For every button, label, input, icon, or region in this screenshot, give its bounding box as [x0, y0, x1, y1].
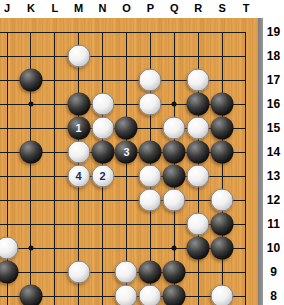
- column-label-K: K: [21, 2, 41, 14]
- stone-black-P14: [139, 141, 162, 164]
- intersection-R18[interactable]: [186, 44, 210, 68]
- intersection-Q11[interactable]: [162, 212, 186, 236]
- intersection-P17[interactable]: [138, 68, 162, 92]
- intersection-J14[interactable]: [0, 140, 19, 164]
- intersection-O11[interactable]: [115, 212, 139, 236]
- intersection-S14[interactable]: [210, 140, 234, 164]
- intersection-T11[interactable]: [234, 212, 258, 236]
- intersection-S16[interactable]: [210, 92, 234, 116]
- move-number-label: 2: [100, 171, 106, 182]
- stone-black-M16: [67, 93, 90, 116]
- stone-white-P13: [139, 165, 162, 188]
- intersection-L13[interactable]: [43, 164, 67, 188]
- stone-white-M14: [67, 141, 90, 164]
- intersection-M11[interactable]: [67, 212, 91, 236]
- stone-white-S12: [211, 189, 234, 212]
- intersection-S8[interactable]: [210, 284, 234, 305]
- intersection-O10[interactable]: [115, 236, 139, 260]
- intersection-K14[interactable]: [19, 140, 43, 164]
- intersection-O18[interactable]: [115, 44, 139, 68]
- intersection-N18[interactable]: [91, 44, 115, 68]
- intersection-M18[interactable]: [67, 44, 91, 68]
- intersection-T10[interactable]: [234, 236, 258, 260]
- star-point-K16: [28, 102, 33, 107]
- row-label-13: 13: [263, 168, 284, 184]
- intersection-O14[interactable]: 3: [115, 140, 139, 164]
- stone-black-Q8: [163, 285, 186, 305]
- intersection-K16[interactable]: [19, 92, 43, 116]
- intersection-T18[interactable]: [234, 44, 258, 68]
- stone-white-R17: [187, 69, 210, 92]
- stone-black-M15: 1: [67, 117, 90, 140]
- intersection-R12[interactable]: [186, 188, 210, 212]
- column-label-Q: Q: [164, 2, 184, 14]
- intersection-Q9[interactable]: [162, 260, 186, 284]
- stone-white-J10: [0, 237, 19, 260]
- intersection-T15[interactable]: [234, 116, 258, 140]
- intersection-J10[interactable]: [0, 236, 19, 260]
- row-label-10: 10: [263, 240, 284, 256]
- intersection-Q15[interactable]: [162, 116, 186, 140]
- intersection-R13[interactable]: [186, 164, 210, 188]
- stone-white-O8: [115, 285, 138, 305]
- move-number-label: 4: [76, 171, 82, 182]
- intersection-L19[interactable]: [43, 20, 67, 44]
- intersection-R15[interactable]: [186, 116, 210, 140]
- intersection-N13[interactable]: 2: [91, 164, 115, 188]
- stone-white-M9: [67, 261, 90, 284]
- stone-black-S15: [211, 117, 234, 140]
- intersection-P14[interactable]: [138, 140, 162, 164]
- intersection-L8[interactable]: [43, 284, 67, 305]
- intersection-M13[interactable]: 4: [67, 164, 91, 188]
- intersection-M19[interactable]: [67, 20, 91, 44]
- intersection-M12[interactable]: [67, 188, 91, 212]
- intersection-Q16[interactable]: [162, 92, 186, 116]
- intersection-S18[interactable]: [210, 44, 234, 68]
- intersection-J16[interactable]: [0, 92, 19, 116]
- stone-black-S14: [211, 141, 234, 164]
- stone-black-Q9: [163, 261, 186, 284]
- intersection-R10[interactable]: [186, 236, 210, 260]
- intersection-S12[interactable]: [210, 188, 234, 212]
- intersection-Q12[interactable]: [162, 188, 186, 212]
- intersection-M8[interactable]: [67, 284, 91, 305]
- intersection-O12[interactable]: [115, 188, 139, 212]
- intersection-K12[interactable]: [19, 188, 43, 212]
- intersection-R11[interactable]: [186, 212, 210, 236]
- intersection-P15[interactable]: [138, 116, 162, 140]
- intersection-K8[interactable]: [19, 284, 43, 305]
- intersection-O9[interactable]: [115, 260, 139, 284]
- stone-black-Q13: [163, 165, 186, 188]
- row-label-17: 17: [263, 72, 284, 88]
- intersection-J13[interactable]: [0, 164, 19, 188]
- intersection-S13[interactable]: [210, 164, 234, 188]
- intersection-N10[interactable]: [91, 236, 115, 260]
- intersection-O16[interactable]: [115, 92, 139, 116]
- intersection-L16[interactable]: [43, 92, 67, 116]
- intersection-L12[interactable]: [43, 188, 67, 212]
- stone-white-P17: [139, 69, 162, 92]
- move-number-label: 3: [123, 147, 129, 158]
- intersection-T13[interactable]: [234, 164, 258, 188]
- column-label-O: O: [117, 2, 137, 14]
- row-label-15: 15: [263, 120, 284, 136]
- stone-white-N15: [91, 117, 114, 140]
- intersection-Q18[interactable]: [162, 44, 186, 68]
- intersection-M10[interactable]: [67, 236, 91, 260]
- intersection-O8[interactable]: [115, 284, 139, 305]
- stone-black-R14: [187, 141, 210, 164]
- stone-black-O15: [115, 117, 138, 140]
- intersection-O13[interactable]: [115, 164, 139, 188]
- column-label-T: T: [236, 2, 256, 14]
- intersection-R17[interactable]: [186, 68, 210, 92]
- stone-black-J9: [0, 261, 19, 284]
- intersection-J18[interactable]: [0, 44, 19, 68]
- intersection-P11[interactable]: [138, 212, 162, 236]
- stone-white-Q12: [163, 189, 186, 212]
- intersection-T8[interactable]: [234, 284, 258, 305]
- go-board-diagram: 1342 JKLMNOPQRST 1918171615141312111098: [0, 0, 284, 305]
- intersection-N15[interactable]: [91, 116, 115, 140]
- column-label-M: M: [69, 2, 89, 14]
- intersection-Q13[interactable]: [162, 164, 186, 188]
- intersection-K15[interactable]: [19, 116, 43, 140]
- column-label-J: J: [0, 2, 17, 14]
- intersection-R14[interactable]: [186, 140, 210, 164]
- intersection-S9[interactable]: [210, 260, 234, 284]
- stone-white-S8: [211, 285, 234, 305]
- row-label-14: 14: [263, 144, 284, 160]
- intersection-K17[interactable]: [19, 68, 43, 92]
- intersection-Q14[interactable]: [162, 140, 186, 164]
- column-label-S: S: [212, 2, 232, 14]
- star-point-Q16: [172, 102, 177, 107]
- intersection-R16[interactable]: [186, 92, 210, 116]
- stone-black-O14: 3: [115, 141, 138, 164]
- intersection-S11[interactable]: [210, 212, 234, 236]
- stone-black-K14: [19, 141, 42, 164]
- stone-black-Q14: [163, 141, 186, 164]
- intersection-M16[interactable]: [67, 92, 91, 116]
- intersection-L11[interactable]: [43, 212, 67, 236]
- column-label-R: R: [188, 2, 208, 14]
- intersection-L10[interactable]: [43, 236, 67, 260]
- intersection-N14[interactable]: [91, 140, 115, 164]
- stone-white-R11: [187, 213, 210, 236]
- intersection-M15[interactable]: 1: [67, 116, 91, 140]
- intersection-O19[interactable]: [115, 20, 139, 44]
- intersection-T12[interactable]: [234, 188, 258, 212]
- intersection-P19[interactable]: [138, 20, 162, 44]
- intersection-P13[interactable]: [138, 164, 162, 188]
- row-label-18: 18: [263, 48, 284, 64]
- intersection-N17[interactable]: [91, 68, 115, 92]
- intersection-P16[interactable]: [138, 92, 162, 116]
- stone-white-R15: [187, 117, 210, 140]
- move-number-label: 1: [76, 123, 82, 134]
- column-label-N: N: [93, 2, 113, 14]
- intersection-S17[interactable]: [210, 68, 234, 92]
- intersection-O17[interactable]: [115, 68, 139, 92]
- intersection-T19[interactable]: [234, 20, 258, 44]
- intersection-L14[interactable]: [43, 140, 67, 164]
- stone-black-R16: [187, 93, 210, 116]
- row-label-11: 11: [263, 216, 284, 232]
- stone-black-S10: [211, 237, 234, 260]
- intersection-N8[interactable]: [91, 284, 115, 305]
- intersection-N16[interactable]: [91, 92, 115, 116]
- intersection-O15[interactable]: [115, 116, 139, 140]
- intersection-N11[interactable]: [91, 212, 115, 236]
- row-label-12: 12: [263, 192, 284, 208]
- intersection-M14[interactable]: [67, 140, 91, 164]
- intersection-K13[interactable]: [19, 164, 43, 188]
- intersection-T17[interactable]: [234, 68, 258, 92]
- intersection-K19[interactable]: [19, 20, 43, 44]
- intersection-S19[interactable]: [210, 20, 234, 44]
- row-label-19: 19: [263, 24, 284, 40]
- intersection-R9[interactable]: [186, 260, 210, 284]
- intersection-Q19[interactable]: [162, 20, 186, 44]
- intersection-P12[interactable]: [138, 188, 162, 212]
- stone-white-N13: 2: [91, 165, 114, 188]
- intersection-K9[interactable]: [19, 260, 43, 284]
- intersection-T16[interactable]: [234, 92, 258, 116]
- intersection-L9[interactable]: [43, 260, 67, 284]
- intersection-J15[interactable]: [0, 116, 19, 140]
- intersection-P8[interactable]: [138, 284, 162, 305]
- intersection-M17[interactable]: [67, 68, 91, 92]
- intersection-N12[interactable]: [91, 188, 115, 212]
- board-grid: 1342: [0, 20, 258, 305]
- column-label-L: L: [45, 2, 65, 14]
- row-label-9: 9: [263, 264, 284, 280]
- intersection-K10[interactable]: [19, 236, 43, 260]
- stone-white-M18: [67, 45, 90, 68]
- intersection-S15[interactable]: [210, 116, 234, 140]
- intersection-J12[interactable]: [0, 188, 19, 212]
- stone-black-K8: [19, 285, 42, 305]
- stone-black-K17: [19, 69, 42, 92]
- intersection-S10[interactable]: [210, 236, 234, 260]
- stone-white-N16: [91, 93, 114, 116]
- stone-white-P16: [139, 93, 162, 116]
- stone-white-P12: [139, 189, 162, 212]
- intersection-M9[interactable]: [67, 260, 91, 284]
- stone-black-S16: [211, 93, 234, 116]
- star-point-K10: [28, 246, 33, 251]
- intersection-K18[interactable]: [19, 44, 43, 68]
- stone-white-P8: [139, 285, 162, 305]
- stone-black-P9: [139, 261, 162, 284]
- intersection-Q17[interactable]: [162, 68, 186, 92]
- intersection-Q8[interactable]: [162, 284, 186, 305]
- intersection-L17[interactable]: [43, 68, 67, 92]
- intersection-J9[interactable]: [0, 260, 19, 284]
- intersection-J11[interactable]: [0, 212, 19, 236]
- intersection-Q10[interactable]: [162, 236, 186, 260]
- intersection-P10[interactable]: [138, 236, 162, 260]
- row-label-16: 16: [263, 96, 284, 112]
- intersection-T9[interactable]: [234, 260, 258, 284]
- intersection-J8[interactable]: [0, 284, 19, 305]
- intersection-N9[interactable]: [91, 260, 115, 284]
- stone-black-S11: [211, 213, 234, 236]
- intersection-J17[interactable]: [0, 68, 19, 92]
- intersection-P18[interactable]: [138, 44, 162, 68]
- stone-white-O9: [115, 261, 138, 284]
- intersection-P9[interactable]: [138, 260, 162, 284]
- column-label-P: P: [140, 2, 160, 14]
- stone-white-Q15: [163, 117, 186, 140]
- intersection-T14[interactable]: [234, 140, 258, 164]
- intersection-R8[interactable]: [186, 284, 210, 305]
- intersection-K11[interactable]: [19, 212, 43, 236]
- stone-white-M13: 4: [67, 165, 90, 188]
- intersection-J19[interactable]: [0, 20, 19, 44]
- intersection-L15[interactable]: [43, 116, 67, 140]
- intersection-R19[interactable]: [186, 20, 210, 44]
- stone-white-R13: [187, 165, 210, 188]
- stone-black-R10: [187, 237, 210, 260]
- intersection-N19[interactable]: [91, 20, 115, 44]
- star-point-Q10: [172, 246, 177, 251]
- row-label-8: 8: [263, 288, 284, 304]
- stone-black-N14: [91, 141, 114, 164]
- intersection-L18[interactable]: [43, 44, 67, 68]
